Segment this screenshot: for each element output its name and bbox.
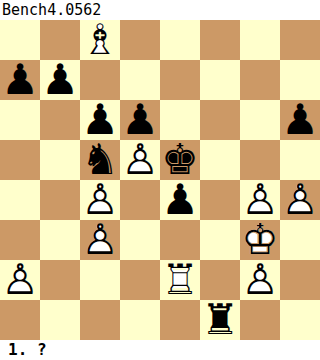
chess-board: ♝♗♟♟♟♟♟♞♟♙♚♟♙♟♟♙♟♙♟♙♚♔♟♙♜♖♟♙♜ bbox=[0, 20, 320, 340]
square-g5[interactable] bbox=[240, 140, 280, 180]
white-pawn-fill: ♟ bbox=[80, 220, 120, 260]
square-c4[interactable]: ♟♙ bbox=[80, 180, 120, 220]
square-g1[interactable] bbox=[240, 300, 280, 340]
square-a4[interactable] bbox=[0, 180, 40, 220]
square-c3[interactable]: ♟♙ bbox=[80, 220, 120, 260]
square-a2[interactable]: ♟♙ bbox=[0, 260, 40, 300]
square-f2[interactable] bbox=[200, 260, 240, 300]
black-pawn: ♟ bbox=[160, 180, 200, 220]
square-c5[interactable]: ♞ bbox=[80, 140, 120, 180]
square-g6[interactable] bbox=[240, 100, 280, 140]
square-e8[interactable] bbox=[160, 20, 200, 60]
square-a1[interactable] bbox=[0, 300, 40, 340]
square-c6[interactable]: ♟ bbox=[80, 100, 120, 140]
white-rook-fill: ♜ bbox=[160, 260, 200, 300]
white-king-fill: ♚ bbox=[240, 220, 280, 260]
square-h3[interactable] bbox=[280, 220, 320, 260]
square-c8[interactable]: ♝♗ bbox=[80, 20, 120, 60]
white-pawn: ♙ bbox=[0, 260, 40, 300]
square-h1[interactable] bbox=[280, 300, 320, 340]
square-e6[interactable] bbox=[160, 100, 200, 140]
black-pawn: ♟ bbox=[120, 100, 160, 140]
square-c2[interactable] bbox=[80, 260, 120, 300]
white-king: ♔ bbox=[240, 220, 280, 260]
square-f5[interactable] bbox=[200, 140, 240, 180]
puzzle-title: Bench4.0562 bbox=[0, 0, 320, 20]
square-d5[interactable]: ♟♙ bbox=[120, 140, 160, 180]
square-d8[interactable] bbox=[120, 20, 160, 60]
square-g4[interactable]: ♟♙ bbox=[240, 180, 280, 220]
square-b4[interactable] bbox=[40, 180, 80, 220]
square-e4[interactable]: ♟ bbox=[160, 180, 200, 220]
square-d1[interactable] bbox=[120, 300, 160, 340]
square-h4[interactable]: ♟♙ bbox=[280, 180, 320, 220]
square-e2[interactable]: ♜♖ bbox=[160, 260, 200, 300]
square-b8[interactable] bbox=[40, 20, 80, 60]
square-f8[interactable] bbox=[200, 20, 240, 60]
square-b2[interactable] bbox=[40, 260, 80, 300]
black-rook: ♜ bbox=[200, 300, 240, 340]
square-g3[interactable]: ♚♔ bbox=[240, 220, 280, 260]
square-e3[interactable] bbox=[160, 220, 200, 260]
square-f4[interactable] bbox=[200, 180, 240, 220]
square-d4[interactable] bbox=[120, 180, 160, 220]
white-pawn: ♙ bbox=[80, 180, 120, 220]
square-c1[interactable] bbox=[80, 300, 120, 340]
square-h8[interactable] bbox=[280, 20, 320, 60]
black-pawn: ♟ bbox=[80, 100, 120, 140]
white-rook: ♖ bbox=[160, 260, 200, 300]
square-b5[interactable] bbox=[40, 140, 80, 180]
square-d7[interactable] bbox=[120, 60, 160, 100]
white-pawn-fill: ♟ bbox=[80, 180, 120, 220]
square-e5[interactable]: ♚ bbox=[160, 140, 200, 180]
white-bishop-fill: ♝ bbox=[80, 20, 120, 60]
square-b1[interactable] bbox=[40, 300, 80, 340]
square-b3[interactable] bbox=[40, 220, 80, 260]
black-knight: ♞ bbox=[80, 140, 120, 180]
white-pawn-fill: ♟ bbox=[240, 260, 280, 300]
white-bishop: ♗ bbox=[80, 20, 120, 60]
square-f7[interactable] bbox=[200, 60, 240, 100]
square-a6[interactable] bbox=[0, 100, 40, 140]
square-g7[interactable] bbox=[240, 60, 280, 100]
square-d3[interactable] bbox=[120, 220, 160, 260]
square-f6[interactable] bbox=[200, 100, 240, 140]
square-b6[interactable] bbox=[40, 100, 80, 140]
square-h5[interactable] bbox=[280, 140, 320, 180]
square-d2[interactable] bbox=[120, 260, 160, 300]
square-g8[interactable] bbox=[240, 20, 280, 60]
square-a5[interactable] bbox=[0, 140, 40, 180]
square-e7[interactable] bbox=[160, 60, 200, 100]
square-c7[interactable] bbox=[80, 60, 120, 100]
square-f3[interactable] bbox=[200, 220, 240, 260]
black-king: ♚ bbox=[160, 140, 200, 180]
square-a3[interactable] bbox=[0, 220, 40, 260]
square-f1[interactable]: ♜ bbox=[200, 300, 240, 340]
white-pawn: ♙ bbox=[120, 140, 160, 180]
white-pawn-fill: ♟ bbox=[280, 180, 320, 220]
white-pawn: ♙ bbox=[240, 260, 280, 300]
square-e1[interactable] bbox=[160, 300, 200, 340]
square-b7[interactable]: ♟ bbox=[40, 60, 80, 100]
black-pawn: ♟ bbox=[280, 100, 320, 140]
white-pawn-fill: ♟ bbox=[0, 260, 40, 300]
square-h2[interactable] bbox=[280, 260, 320, 300]
white-pawn-fill: ♟ bbox=[120, 140, 160, 180]
square-g2[interactable]: ♟♙ bbox=[240, 260, 280, 300]
white-pawn: ♙ bbox=[280, 180, 320, 220]
move-prompt: 1. ? bbox=[0, 340, 320, 360]
square-h6[interactable]: ♟ bbox=[280, 100, 320, 140]
black-pawn: ♟ bbox=[0, 60, 40, 100]
square-a7[interactable]: ♟ bbox=[0, 60, 40, 100]
white-pawn: ♙ bbox=[80, 220, 120, 260]
black-pawn: ♟ bbox=[40, 60, 80, 100]
square-a8[interactable] bbox=[0, 20, 40, 60]
white-pawn: ♙ bbox=[240, 180, 280, 220]
white-pawn-fill: ♟ bbox=[240, 180, 280, 220]
square-d6[interactable]: ♟ bbox=[120, 100, 160, 140]
square-h7[interactable] bbox=[280, 60, 320, 100]
